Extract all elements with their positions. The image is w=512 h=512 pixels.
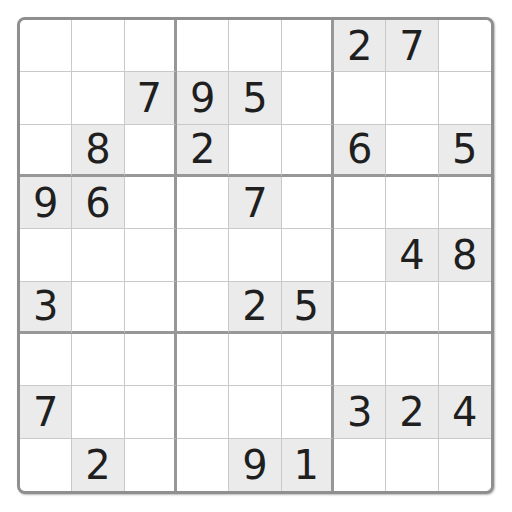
cell-r5c7[interactable] — [334, 229, 386, 281]
cell-r5c1[interactable] — [20, 229, 72, 281]
cell-r6c3[interactable] — [125, 282, 177, 334]
cell-r2c3[interactable]: 7 — [125, 72, 177, 124]
cell-r1c2[interactable] — [72, 20, 124, 72]
cell-r6c1[interactable]: 3 — [20, 282, 72, 334]
page-background: 277958265967483257324291 — [0, 0, 512, 512]
cell-r2c7[interactable] — [334, 72, 386, 124]
cell-r2c4[interactable]: 9 — [177, 72, 229, 124]
cell-r7c7[interactable] — [334, 334, 386, 386]
cell-r5c4[interactable] — [177, 229, 229, 281]
cell-r9c4[interactable] — [177, 439, 229, 491]
cell-r3c6[interactable] — [282, 125, 334, 177]
cell-r5c3[interactable] — [125, 229, 177, 281]
cell-r1c4[interactable] — [177, 20, 229, 72]
sudoku-board: 277958265967483257324291 — [17, 17, 494, 494]
cell-r5c6[interactable] — [282, 229, 334, 281]
cell-r4c1[interactable]: 9 — [20, 177, 72, 229]
cell-r1c5[interactable] — [229, 20, 281, 72]
cell-r5c9[interactable]: 8 — [439, 229, 491, 281]
cell-r5c8[interactable]: 4 — [386, 229, 438, 281]
cell-r6c2[interactable] — [72, 282, 124, 334]
cell-r2c6[interactable] — [282, 72, 334, 124]
cell-r7c5[interactable] — [229, 334, 281, 386]
cell-r6c5[interactable]: 2 — [229, 282, 281, 334]
cell-r3c5[interactable] — [229, 125, 281, 177]
cell-r7c4[interactable] — [177, 334, 229, 386]
cell-r2c8[interactable] — [386, 72, 438, 124]
cell-r4c2[interactable]: 6 — [72, 177, 124, 229]
cell-r8c3[interactable] — [125, 386, 177, 438]
cell-r8c6[interactable] — [282, 386, 334, 438]
cell-r3c7[interactable]: 6 — [334, 125, 386, 177]
cell-r7c6[interactable] — [282, 334, 334, 386]
cell-r7c1[interactable] — [20, 334, 72, 386]
cell-r2c2[interactable] — [72, 72, 124, 124]
cell-r8c5[interactable] — [229, 386, 281, 438]
cell-r8c8[interactable]: 2 — [386, 386, 438, 438]
cell-r3c3[interactable] — [125, 125, 177, 177]
cell-r7c3[interactable] — [125, 334, 177, 386]
cell-r3c4[interactable]: 2 — [177, 125, 229, 177]
cell-r4c6[interactable] — [282, 177, 334, 229]
cell-r1c6[interactable] — [282, 20, 334, 72]
cell-r2c5[interactable]: 5 — [229, 72, 281, 124]
cell-r3c2[interactable]: 8 — [72, 125, 124, 177]
cell-r4c8[interactable] — [386, 177, 438, 229]
cell-r4c4[interactable] — [177, 177, 229, 229]
cell-r8c9[interactable]: 4 — [439, 386, 491, 438]
cell-r7c9[interactable] — [439, 334, 491, 386]
cell-r4c9[interactable] — [439, 177, 491, 229]
cell-r1c7[interactable]: 2 — [334, 20, 386, 72]
cell-r2c9[interactable] — [439, 72, 491, 124]
cell-r5c5[interactable] — [229, 229, 281, 281]
cell-r8c4[interactable] — [177, 386, 229, 438]
cell-r6c6[interactable]: 5 — [282, 282, 334, 334]
cell-r1c1[interactable] — [20, 20, 72, 72]
cell-r9c8[interactable] — [386, 439, 438, 491]
cell-r4c7[interactable] — [334, 177, 386, 229]
cell-r5c2[interactable] — [72, 229, 124, 281]
cell-r4c5[interactable]: 7 — [229, 177, 281, 229]
cell-r6c7[interactable] — [334, 282, 386, 334]
cell-r4c3[interactable] — [125, 177, 177, 229]
cell-r8c2[interactable] — [72, 386, 124, 438]
cell-r1c8[interactable]: 7 — [386, 20, 438, 72]
cell-r3c1[interactable] — [20, 125, 72, 177]
cell-r9c5[interactable]: 9 — [229, 439, 281, 491]
cell-r9c9[interactable] — [439, 439, 491, 491]
cell-r6c8[interactable] — [386, 282, 438, 334]
cell-r7c8[interactable] — [386, 334, 438, 386]
cell-r6c9[interactable] — [439, 282, 491, 334]
cell-r9c1[interactable] — [20, 439, 72, 491]
cell-r3c9[interactable]: 5 — [439, 125, 491, 177]
cell-r2c1[interactable] — [20, 72, 72, 124]
cell-r6c4[interactable] — [177, 282, 229, 334]
cell-r9c2[interactable]: 2 — [72, 439, 124, 491]
cell-r1c9[interactable] — [439, 20, 491, 72]
cell-r3c8[interactable] — [386, 125, 438, 177]
cell-r8c7[interactable]: 3 — [334, 386, 386, 438]
cell-r9c7[interactable] — [334, 439, 386, 491]
cell-r8c1[interactable]: 7 — [20, 386, 72, 438]
cell-r9c6[interactable]: 1 — [282, 439, 334, 491]
cell-r7c2[interactable] — [72, 334, 124, 386]
cell-r9c3[interactable] — [125, 439, 177, 491]
cell-r1c3[interactable] — [125, 20, 177, 72]
